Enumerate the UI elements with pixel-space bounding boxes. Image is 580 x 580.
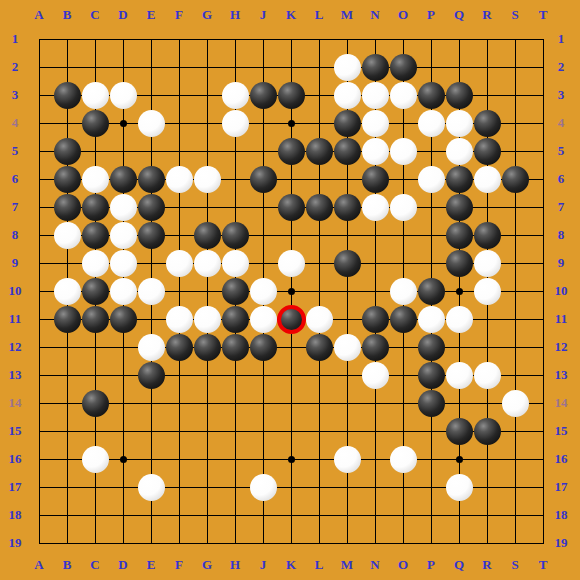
black-stone [446, 222, 473, 249]
star-point [456, 456, 463, 463]
column-label: O [389, 6, 417, 24]
black-stone [54, 166, 81, 193]
column-label: H [221, 6, 249, 24]
black-stone [222, 306, 249, 333]
white-stone [362, 82, 389, 109]
white-stone [390, 446, 417, 473]
black-stone [278, 194, 305, 221]
black-stone [306, 138, 333, 165]
column-label: O [389, 556, 417, 574]
black-stone [110, 166, 137, 193]
white-stone [390, 82, 417, 109]
black-stone [446, 418, 473, 445]
white-stone [110, 278, 137, 305]
white-stone [166, 306, 193, 333]
star-point [288, 456, 295, 463]
white-stone [250, 474, 277, 501]
column-label: D [109, 6, 137, 24]
white-stone [138, 334, 165, 361]
column-label: N [361, 6, 389, 24]
black-stone [418, 390, 445, 417]
black-stone [418, 82, 445, 109]
black-stone [82, 306, 109, 333]
black-stone [222, 278, 249, 305]
black-stone [362, 306, 389, 333]
white-stone [334, 82, 361, 109]
white-stone [474, 278, 501, 305]
white-stone [250, 278, 277, 305]
white-stone [446, 138, 473, 165]
white-stone [110, 222, 137, 249]
column-label: N [361, 556, 389, 574]
black-stone [250, 82, 277, 109]
column-label: A [25, 556, 53, 574]
column-label: T [529, 6, 557, 24]
white-stone [82, 446, 109, 473]
white-stone [222, 82, 249, 109]
white-stone [446, 362, 473, 389]
column-label: M [333, 556, 361, 574]
black-stone [82, 222, 109, 249]
white-stone [166, 166, 193, 193]
white-stone [502, 390, 529, 417]
black-stone [362, 166, 389, 193]
black-stone [82, 194, 109, 221]
black-stone [250, 334, 277, 361]
column-label: B [53, 6, 81, 24]
white-stone [474, 166, 501, 193]
white-stone [138, 110, 165, 137]
black-stone [334, 250, 361, 277]
column-label: L [305, 6, 333, 24]
column-label: F [165, 556, 193, 574]
black-stone [54, 194, 81, 221]
white-stone [446, 110, 473, 137]
white-stone [474, 250, 501, 277]
column-label: R [473, 556, 501, 574]
black-stone [474, 222, 501, 249]
column-label: G [193, 6, 221, 24]
white-stone [418, 110, 445, 137]
star-point [120, 456, 127, 463]
white-stone [418, 166, 445, 193]
black-stone [418, 334, 445, 361]
white-stone [362, 138, 389, 165]
column-label: H [221, 556, 249, 574]
black-stone [222, 222, 249, 249]
board-intersections[interactable] [25, 25, 557, 557]
white-stone [334, 54, 361, 81]
black-stone [446, 194, 473, 221]
white-stone [138, 278, 165, 305]
black-stone [390, 54, 417, 81]
white-stone [222, 250, 249, 277]
white-stone [390, 138, 417, 165]
column-label: P [417, 6, 445, 24]
black-stone [418, 278, 445, 305]
column-label: E [137, 6, 165, 24]
black-stone [306, 194, 333, 221]
black-stone [446, 82, 473, 109]
black-stone [446, 166, 473, 193]
column-label: C [81, 556, 109, 574]
white-stone [110, 194, 137, 221]
black-stone [138, 362, 165, 389]
black-stone [82, 278, 109, 305]
column-label: L [305, 556, 333, 574]
white-stone [390, 194, 417, 221]
white-stone [418, 306, 445, 333]
black-stone [166, 334, 193, 361]
black-stone [334, 110, 361, 137]
black-stone [334, 138, 361, 165]
column-label: M [333, 6, 361, 24]
column-label: G [193, 556, 221, 574]
last-move-marker [277, 305, 306, 334]
star-point [288, 288, 295, 295]
black-stone [250, 166, 277, 193]
column-label: J [249, 6, 277, 24]
star-point [288, 120, 295, 127]
black-stone [334, 194, 361, 221]
white-stone [250, 306, 277, 333]
column-label: K [277, 6, 305, 24]
black-stone [278, 138, 305, 165]
black-stone [362, 54, 389, 81]
column-label: R [473, 6, 501, 24]
white-stone [390, 278, 417, 305]
column-label: E [137, 556, 165, 574]
column-label: Q [445, 556, 473, 574]
column-label: C [81, 6, 109, 24]
black-stone [502, 166, 529, 193]
white-stone [278, 250, 305, 277]
black-stone [82, 390, 109, 417]
white-stone [138, 474, 165, 501]
white-stone [110, 82, 137, 109]
column-label: Q [445, 6, 473, 24]
black-stone [138, 166, 165, 193]
white-stone [54, 278, 81, 305]
black-stone [446, 250, 473, 277]
white-stone [82, 250, 109, 277]
white-stone [362, 110, 389, 137]
white-stone [166, 250, 193, 277]
column-label: J [249, 556, 277, 574]
black-stone [390, 306, 417, 333]
white-stone [82, 166, 109, 193]
white-stone [82, 82, 109, 109]
black-stone [418, 362, 445, 389]
black-stone [474, 138, 501, 165]
black-stone [194, 334, 221, 361]
white-stone [362, 194, 389, 221]
column-label: K [277, 556, 305, 574]
black-stone [110, 306, 137, 333]
black-stone [306, 334, 333, 361]
column-label: S [501, 6, 529, 24]
column-label: T [529, 556, 557, 574]
star-point [456, 288, 463, 295]
black-stone [194, 222, 221, 249]
white-stone [474, 362, 501, 389]
black-stone [362, 334, 389, 361]
white-stone [194, 250, 221, 277]
star-point [120, 120, 127, 127]
column-label: P [417, 556, 445, 574]
column-label: F [165, 6, 193, 24]
white-stone [194, 306, 221, 333]
white-stone [110, 250, 137, 277]
black-stone [82, 110, 109, 137]
white-stone [54, 222, 81, 249]
white-stone [222, 110, 249, 137]
white-stone [446, 306, 473, 333]
black-stone [54, 306, 81, 333]
column-label: A [25, 6, 53, 24]
white-stone [194, 166, 221, 193]
white-stone [362, 362, 389, 389]
black-stone [54, 138, 81, 165]
black-stone [278, 82, 305, 109]
black-stone [222, 334, 249, 361]
column-label: D [109, 556, 137, 574]
black-stone [474, 110, 501, 137]
white-stone [446, 474, 473, 501]
black-stone [474, 418, 501, 445]
go-board: ABCDEFGHJKLMNOPQRST ABCDEFGHJKLMNOPQRST … [0, 0, 580, 580]
column-label: S [501, 556, 529, 574]
black-stone [138, 194, 165, 221]
column-label: B [53, 556, 81, 574]
black-stone [54, 82, 81, 109]
white-stone [334, 334, 361, 361]
black-stone [138, 222, 165, 249]
white-stone [334, 446, 361, 473]
white-stone [306, 306, 333, 333]
